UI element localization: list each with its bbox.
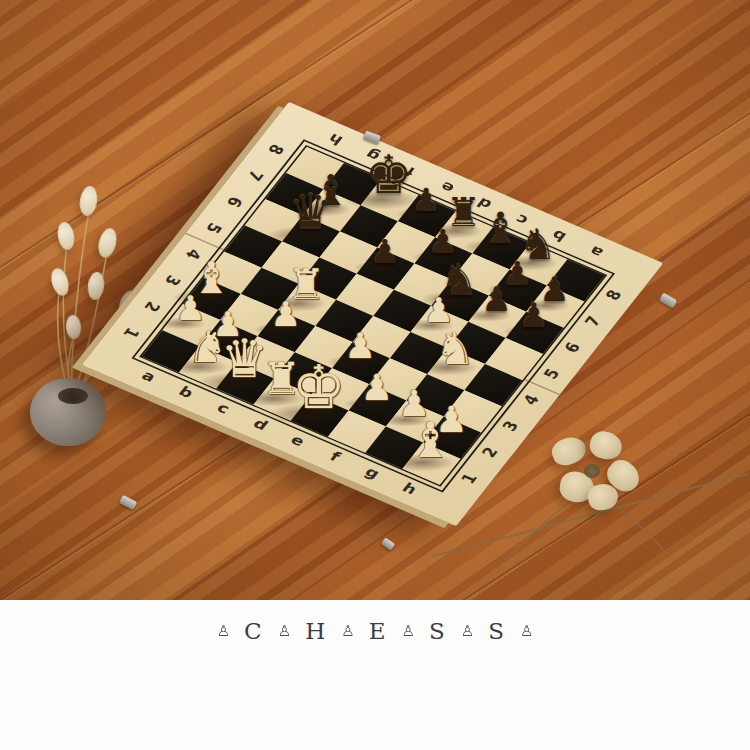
pawn-icon: ♙ — [401, 622, 414, 640]
brand-letter-S: S — [429, 618, 447, 644]
pawn-icon: ♙ — [278, 622, 291, 640]
pot-opening — [58, 388, 88, 404]
pawn-icon: ♙ — [520, 622, 533, 640]
pawn-icon: ♙ — [217, 622, 230, 640]
brand-row: ♙C♙H♙E♙S♙S♙ — [0, 618, 750, 644]
brand-letter-E: E — [369, 618, 388, 644]
brand-letter-C: C — [244, 618, 264, 644]
pawn-icon: ♙ — [461, 622, 474, 640]
bottom-band: ♙C♙H♙E♙S♙S♙ — [0, 600, 750, 750]
brand-letter-H: H — [305, 618, 327, 644]
dried-flower-core — [584, 464, 600, 478]
product-photo-scene: abcdefgh abcdefgh 87654321 87654321 ♚♝♟♜… — [0, 0, 750, 750]
brand-letter-S: S — [488, 618, 506, 644]
ceramic-pot — [30, 378, 106, 446]
pawn-icon: ♙ — [341, 622, 354, 640]
